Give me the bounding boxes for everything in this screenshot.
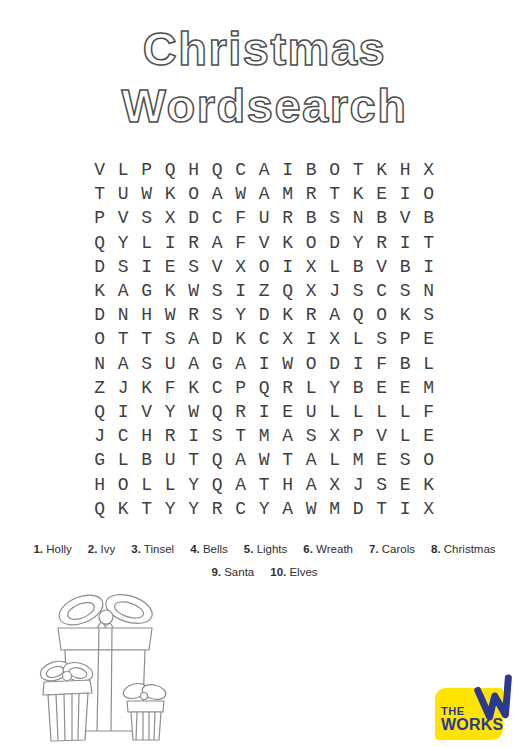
word-text: Tinsel [141,543,174,555]
grid-cell: A [253,158,277,182]
word-item: 2. Ivy [88,538,115,561]
word-item: 6. Wreath [303,538,353,561]
grid-cell: V [394,206,418,230]
grid-cell: K [159,279,183,303]
grid-cell: T [88,182,112,206]
word-item: 5. Lights [244,538,287,561]
word-number: 7. [369,543,379,555]
grid-cell: R [370,231,394,255]
word-number: 2. [88,543,98,555]
grid-cell: A [206,182,230,206]
word-item: 8. Christmas [431,538,496,561]
the-works-logo: THE WORKS [435,676,517,742]
grid-cell: T [229,424,253,448]
grid-cell: L [370,400,394,424]
word-text: Lights [253,543,287,555]
grid-cell: L [135,472,159,496]
word-list-line-2: 9. Santa10. Elves [0,561,529,584]
grid-cell: K [347,182,371,206]
word-text: Christmas [441,543,496,555]
word-text: Wreath [313,543,353,555]
grid-cell: Y [159,400,183,424]
grid-cell: U [253,206,277,230]
grid-cell: Q [206,472,230,496]
grid-cell: K [88,279,112,303]
grid-cell: T [135,497,159,521]
grid-cell: C [229,497,253,521]
grid-cell: V [112,206,136,230]
grid-cell: D [182,206,206,230]
grid-cell: W [276,352,300,376]
grid-cell: R [182,303,206,327]
grid-cell: L [323,255,347,279]
grid-cell: U [112,182,136,206]
grid-cell: U [300,400,324,424]
word-text: Elves [286,566,317,578]
grid-cell: Q [276,279,300,303]
grid-cell: V [206,255,230,279]
grid-cell: O [417,448,441,472]
grid-cell: W [135,182,159,206]
grid-cell: T [347,158,371,182]
word-item: 9. Santa [211,561,254,584]
grid-cell: O [182,182,206,206]
grid-cell: T [276,448,300,472]
grid-cell: S [370,327,394,351]
grid-cell: C [206,376,230,400]
grid-cell: S [182,255,206,279]
grid-cell: Q [159,158,183,182]
grid-cell: O [300,352,324,376]
grid-cell: B [347,376,371,400]
grid-cell: T [112,327,136,351]
grid-cell: B [135,448,159,472]
grid-cell: E [394,472,418,496]
grid-cell: L [347,327,371,351]
grid-cell: Q [253,376,277,400]
grid-cell: A [182,327,206,351]
grid-cell: Q [347,303,371,327]
grid-cell: K [182,376,206,400]
grid-cell: H [88,472,112,496]
grid-cell: Y [253,497,277,521]
grid-cell: D [323,231,347,255]
grid-cell: A [300,472,324,496]
grid-cell: S [370,472,394,496]
grid-cell: M [347,448,371,472]
grid-cell: D [88,255,112,279]
grid-cell: V [253,231,277,255]
wordsearch-grid: VLPQHQCAIBOTKHXTUWKOAWAMRTKEIOPVSXDCFURB… [88,158,441,521]
grid-cell: O [370,303,394,327]
grid-cell: S [112,255,136,279]
grid-cell: E [394,376,418,400]
brush-w-icon [472,673,518,722]
grid-cell: Y [182,472,206,496]
grid-cell: I [112,400,136,424]
word-text: Santa [221,566,254,578]
word-item: 1. Holly [33,538,71,561]
grid-cell: C [229,158,253,182]
grid-cell: K [276,303,300,327]
grid-cell: R [159,424,183,448]
grid-cell: B [394,255,418,279]
grid-cell: F [229,231,253,255]
grid-cell: V [370,255,394,279]
grid-cell: G [88,448,112,472]
grid-cell: U [159,352,183,376]
grid-cell: O [323,158,347,182]
grid-cell: C [253,327,277,351]
word-text: Bells [200,543,228,555]
grid-cell: T [417,231,441,255]
grid-cell: N [417,279,441,303]
grid-cell: M [276,182,300,206]
grid-cell: J [112,376,136,400]
grid-cell: X [323,472,347,496]
grid-cell: W [300,497,324,521]
grid-cell: V [88,158,112,182]
word-text: Holly [43,543,72,555]
grid-cell: I [347,352,371,376]
grid-cell: F [229,206,253,230]
grid-cell: K [394,303,418,327]
grid-cell: V [135,400,159,424]
grid-cell: L [347,400,371,424]
grid-cell: K [112,497,136,521]
grid-cell: D [347,497,371,521]
grid-cell: I [253,352,277,376]
grid-cell: D [88,303,112,327]
grid-cell: L [112,158,136,182]
grid-cell: X [300,255,324,279]
worksheet-page: Christmas Wordsearch VLPQHQCAIBOTKHXTUWK… [0,0,529,748]
grid-cell: W [229,182,253,206]
grid-cell: K [159,182,183,206]
grid-cell: F [370,352,394,376]
grid-cell: S [206,303,230,327]
grid-cell: D [206,327,230,351]
grid-cell: M [417,376,441,400]
word-number: 10. [270,566,286,578]
grid-cell: H [135,303,159,327]
word-text: Ivy [97,543,115,555]
grid-cell: C [206,206,230,230]
grid-cell: I [276,255,300,279]
word-list-line-1: 1. Holly2. Ivy3. Tinsel4. Bells5. Lights… [0,538,529,561]
grid-cell: I [182,424,206,448]
grid-cell: C [112,424,136,448]
grid-cell: E [159,255,183,279]
grid-cell: X [323,327,347,351]
page-title: Christmas Wordsearch [0,20,529,134]
grid-cell: E [276,400,300,424]
gift-boxes-illustration [22,588,202,746]
grid-cell: I [159,231,183,255]
grid-cell: A [206,231,230,255]
grid-cell: I [276,158,300,182]
grid-cell: J [347,472,371,496]
word-number: 4. [190,543,200,555]
grid-cell: R [276,206,300,230]
grid-cell: T [370,497,394,521]
grid-cell: S [135,206,159,230]
grid-cell: S [323,206,347,230]
grid-cell: R [300,182,324,206]
grid-cell: O [417,182,441,206]
grid-cell: T [323,182,347,206]
grid-cell: A [229,472,253,496]
grid-cell: L [112,448,136,472]
grid-cell: U [159,448,183,472]
grid-cell: Q [206,400,230,424]
grid-cell: C [370,279,394,303]
word-text: Carols [379,543,415,555]
grid-cell: S [417,303,441,327]
word-item: 10. Elves [270,561,317,584]
grid-cell: W [182,400,206,424]
grid-cell: X [300,279,324,303]
grid-cell: E [370,182,394,206]
grid-cell: P [229,376,253,400]
grid-cell: W [182,279,206,303]
grid-cell: N [347,206,371,230]
grid-cell: Y [182,497,206,521]
grid-cell: X [417,158,441,182]
grid-cell: L [135,231,159,255]
word-number: 3. [131,543,141,555]
grid-cell: Y [112,231,136,255]
grid-cell: J [323,279,347,303]
grid-cell: W [159,303,183,327]
grid-cell: K [370,158,394,182]
word-number: 1. [33,543,43,555]
grid-cell: Q [206,158,230,182]
grid-cell: N [112,303,136,327]
grid-cell: B [300,158,324,182]
grid-cell: A [300,448,324,472]
grid-cell: A [253,182,277,206]
grid-cell: I [417,255,441,279]
title-line-1: Christmas [0,20,529,77]
word-list: 1. Holly2. Ivy3. Tinsel4. Bells5. Lights… [0,538,529,584]
grid-cell: W [253,448,277,472]
grid-cell: X [323,424,347,448]
grid-cell: R [206,497,230,521]
grid-cell: X [229,255,253,279]
grid-cell: B [300,206,324,230]
grid-cell: A [276,424,300,448]
grid-cell: Q [88,400,112,424]
grid-cell: A [229,448,253,472]
word-number: 9. [211,566,221,578]
word-number: 8. [431,543,441,555]
grid-cell: L [300,376,324,400]
grid-cell: L [394,424,418,448]
grid-cell: B [370,206,394,230]
grid-cell: T [135,327,159,351]
word-number: 6. [303,543,313,555]
grid-cell: K [417,472,441,496]
grid-cell: A [276,497,300,521]
grid-cell: O [88,327,112,351]
grid-cell: X [159,206,183,230]
grid-cell: Q [88,231,112,255]
grid-cell: I [300,327,324,351]
grid-cell: D [253,303,277,327]
grid-cell: S [300,424,324,448]
grid-cell: H [182,158,206,182]
grid-cell: V [370,424,394,448]
grid-cell: A [182,352,206,376]
grid-cell: O [112,472,136,496]
grid-cell: P [347,424,371,448]
grid-cell: S [135,352,159,376]
title-line-2: Wordsearch [0,77,529,134]
grid-cell: K [135,376,159,400]
grid-cell: E [417,327,441,351]
grid-cell: A [229,352,253,376]
grid-cell: Q [206,448,230,472]
grid-cell: Y [347,231,371,255]
grid-cell: Y [159,497,183,521]
grid-cell: S [206,424,230,448]
grid-cell: P [135,158,159,182]
grid-cell: I [135,255,159,279]
grid-cell: I [229,279,253,303]
grid-cell: S [206,279,230,303]
grid-cell: G [135,279,159,303]
grid-cell: R [300,303,324,327]
grid-cell: I [394,497,418,521]
grid-cell: E [370,448,394,472]
grid-cell: S [347,279,371,303]
grid-cell: Z [253,279,277,303]
grid-cell: B [347,255,371,279]
grid-cell: E [417,424,441,448]
grid-cell: L [394,400,418,424]
grid-cell: R [276,376,300,400]
word-item: 7. Carols [369,538,415,561]
grid-cell: Z [88,376,112,400]
grid-cell: Q [88,497,112,521]
grid-cell: M [253,424,277,448]
grid-cell: J [88,424,112,448]
grid-cell: K [276,231,300,255]
grid-cell: R [229,400,253,424]
grid-cell: H [135,424,159,448]
grid-cell: E [370,376,394,400]
grid-cell: L [323,400,347,424]
grid-cell: B [417,206,441,230]
grid-cell: I [394,231,418,255]
grid-cell: L [417,352,441,376]
grid-cell: M [323,497,347,521]
grid-cell: A [112,352,136,376]
grid-cell: B [394,352,418,376]
grid-cell: O [253,255,277,279]
grid-cell: F [159,376,183,400]
grid-cell: I [253,400,277,424]
word-number: 5. [244,543,254,555]
grid-cell: Y [229,303,253,327]
grid-cell: H [276,472,300,496]
grid-cell: X [417,497,441,521]
grid-cell: Y [323,376,347,400]
grid-cell: L [159,472,183,496]
grid-cell: K [229,327,253,351]
grid-cell: D [323,352,347,376]
grid-cell: A [112,279,136,303]
grid-cell: I [394,182,418,206]
grid-cell: O [300,231,324,255]
grid-cell: A [323,303,347,327]
grid-cell: T [253,472,277,496]
grid-cell: S [394,279,418,303]
grid-cell: H [394,158,418,182]
grid-cell: S [159,327,183,351]
grid-cell: P [394,327,418,351]
word-item: 4. Bells [190,538,228,561]
grid-cell: N [88,352,112,376]
grid-cell: T [182,448,206,472]
grid-cell: G [206,352,230,376]
grid-cell: S [394,448,418,472]
grid-cell: R [182,231,206,255]
gift-box-left [38,658,95,741]
grid-cell: L [323,448,347,472]
word-item: 3. Tinsel [131,538,174,561]
grid-cell: X [276,327,300,351]
grid-cell: F [417,400,441,424]
grid-cell: P [88,206,112,230]
